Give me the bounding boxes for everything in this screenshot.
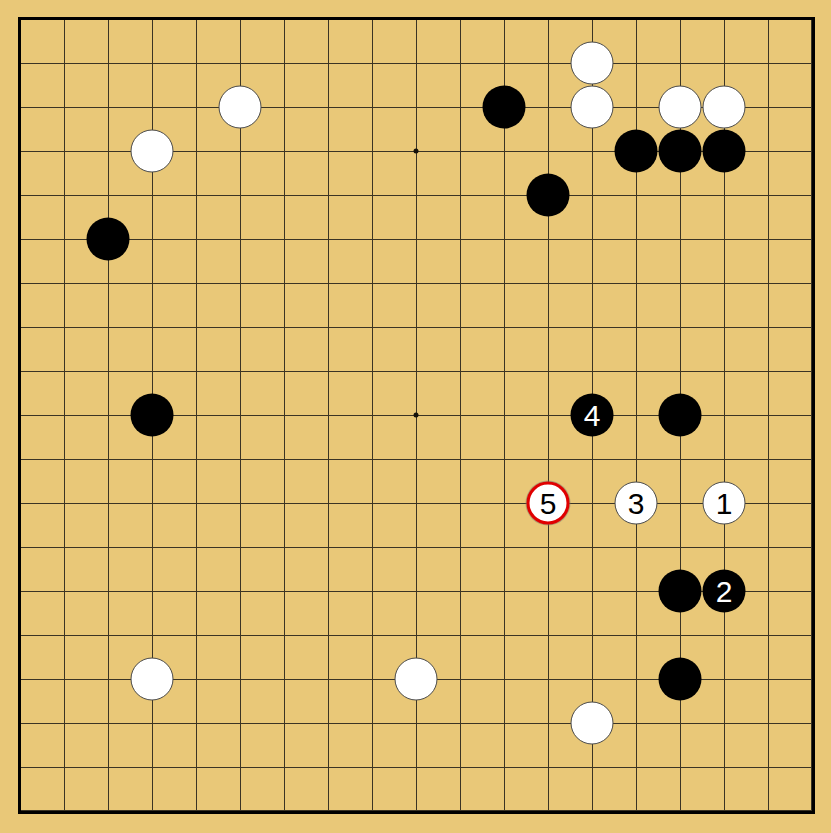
stone-white[interactable] <box>659 86 702 129</box>
stone-white-move-5[interactable]: 5 <box>527 482 570 525</box>
board-cell <box>724 767 768 811</box>
board-cell <box>724 679 768 723</box>
board-cell <box>416 19 460 63</box>
board-cell <box>196 327 240 371</box>
board-cell <box>196 459 240 503</box>
board-cell <box>724 283 768 327</box>
stone-white[interactable] <box>395 658 438 701</box>
board-cell <box>240 415 284 459</box>
board-cell <box>768 19 812 63</box>
board-cell <box>724 635 768 679</box>
board-cell <box>196 723 240 767</box>
board-cell <box>152 239 196 283</box>
board-cell <box>548 327 592 371</box>
board-cell <box>416 107 460 151</box>
board-cell <box>20 635 64 679</box>
board-cell <box>592 283 636 327</box>
board-cell <box>768 151 812 195</box>
board-cell <box>240 459 284 503</box>
board-cell <box>372 503 416 547</box>
board-cell <box>636 283 680 327</box>
board-cell <box>64 767 108 811</box>
board-cell <box>284 239 328 283</box>
board-cell <box>108 459 152 503</box>
board-cell <box>548 547 592 591</box>
stone-white[interactable] <box>703 86 746 129</box>
board-cell <box>64 327 108 371</box>
board-cell <box>592 547 636 591</box>
board-cell <box>504 679 548 723</box>
board-cell <box>20 415 64 459</box>
board-cell <box>328 679 372 723</box>
board-cell <box>328 239 372 283</box>
board-cell <box>108 503 152 547</box>
board-cell <box>108 283 152 327</box>
board-cell <box>504 415 548 459</box>
board-cell <box>284 19 328 63</box>
board-cell <box>108 723 152 767</box>
board-cell <box>196 591 240 635</box>
board-cell <box>460 327 504 371</box>
board-cell <box>592 767 636 811</box>
board-cell <box>768 591 812 635</box>
board-cell <box>636 327 680 371</box>
board-cell <box>768 371 812 415</box>
stone-black[interactable] <box>659 394 702 437</box>
board-cell <box>680 195 724 239</box>
board-cell <box>636 195 680 239</box>
board-cell <box>504 591 548 635</box>
stone-black-move-2[interactable]: 2 <box>703 570 746 613</box>
board-cell <box>328 283 372 327</box>
board-cell <box>284 371 328 415</box>
board-cell <box>240 19 284 63</box>
board-cell <box>328 151 372 195</box>
board-cell <box>152 327 196 371</box>
board-cell <box>64 19 108 63</box>
board-cell <box>328 767 372 811</box>
board-cell <box>284 327 328 371</box>
board-cell <box>284 63 328 107</box>
board-cell <box>460 635 504 679</box>
board-cell <box>20 151 64 195</box>
board-cell <box>20 459 64 503</box>
board-cell <box>284 151 328 195</box>
board-cell <box>460 503 504 547</box>
board-cell <box>592 195 636 239</box>
board-cell <box>504 723 548 767</box>
board-cell <box>636 723 680 767</box>
board-cell <box>20 19 64 63</box>
board-cell <box>328 63 372 107</box>
board-cell <box>504 239 548 283</box>
board-cell <box>64 371 108 415</box>
board-cell <box>768 239 812 283</box>
board-cell <box>20 591 64 635</box>
board-cell <box>152 19 196 63</box>
board-cell <box>20 283 64 327</box>
board-cell <box>460 151 504 195</box>
board-cell <box>724 723 768 767</box>
board-cell <box>460 679 504 723</box>
board-cell <box>636 767 680 811</box>
board-cell <box>460 547 504 591</box>
stone-black[interactable] <box>615 130 658 173</box>
board-cell <box>152 723 196 767</box>
board-cell <box>20 239 64 283</box>
board-cell <box>724 239 768 283</box>
board-cell <box>460 459 504 503</box>
board-cell <box>768 767 812 811</box>
stone-white[interactable] <box>571 702 614 745</box>
board-cell <box>460 591 504 635</box>
stone-white[interactable] <box>131 658 174 701</box>
board-cell <box>284 679 328 723</box>
board-cell <box>284 459 328 503</box>
stone-black[interactable] <box>659 130 702 173</box>
board-cell <box>20 679 64 723</box>
board-cell <box>196 19 240 63</box>
board-cell <box>504 19 548 63</box>
board-cell <box>372 415 416 459</box>
board-cell <box>548 283 592 327</box>
stone-black-move-4[interactable]: 4 <box>571 394 614 437</box>
board-cell <box>372 327 416 371</box>
board-cell <box>328 371 372 415</box>
board-cell <box>768 415 812 459</box>
board-cell <box>372 591 416 635</box>
board-cell <box>240 195 284 239</box>
board-cell <box>460 767 504 811</box>
board-cell <box>20 195 64 239</box>
board-cell <box>504 547 548 591</box>
board-cell <box>284 767 328 811</box>
board-cell <box>768 195 812 239</box>
board-cell <box>416 371 460 415</box>
stone-white-move-1[interactable]: 1 <box>703 482 746 525</box>
board-cell <box>108 19 152 63</box>
board-cell <box>416 327 460 371</box>
board-cell <box>592 591 636 635</box>
board-cell <box>152 503 196 547</box>
board-cell <box>548 767 592 811</box>
board-cell <box>152 591 196 635</box>
stone-black[interactable] <box>703 130 746 173</box>
stone-black[interactable] <box>659 658 702 701</box>
board-cell <box>460 371 504 415</box>
board-cell <box>592 327 636 371</box>
board-cell <box>416 415 460 459</box>
board-cell <box>460 415 504 459</box>
board-cell <box>372 767 416 811</box>
board-cell <box>328 723 372 767</box>
board-cell <box>504 767 548 811</box>
board-cell <box>592 635 636 679</box>
board-cell <box>724 371 768 415</box>
board-cell <box>240 239 284 283</box>
board-cell <box>416 239 460 283</box>
board-cell <box>240 151 284 195</box>
board-cell <box>372 459 416 503</box>
board-cell <box>284 195 328 239</box>
board-cell <box>328 459 372 503</box>
board-cell <box>284 635 328 679</box>
board-cell <box>724 19 768 63</box>
board-cell <box>196 547 240 591</box>
board-cell <box>64 459 108 503</box>
board-cell <box>152 195 196 239</box>
board-cell <box>328 415 372 459</box>
board-cell <box>328 107 372 151</box>
board-cell <box>108 327 152 371</box>
board-cell <box>328 635 372 679</box>
board-cell <box>64 283 108 327</box>
stone-white[interactable] <box>571 86 614 129</box>
board-cell <box>768 459 812 503</box>
board-cell <box>64 503 108 547</box>
board-cell <box>196 415 240 459</box>
stone-black[interactable] <box>131 394 174 437</box>
board-cell <box>592 239 636 283</box>
board-cell <box>680 239 724 283</box>
board-cell <box>284 723 328 767</box>
board-cell <box>460 19 504 63</box>
board-cell <box>328 195 372 239</box>
board-cell <box>328 503 372 547</box>
board-cell <box>108 591 152 635</box>
board-cell <box>196 679 240 723</box>
board-cell <box>460 283 504 327</box>
board-cell <box>460 239 504 283</box>
board-cell <box>416 767 460 811</box>
board-cell <box>372 371 416 415</box>
board-cell <box>284 547 328 591</box>
stone-white[interactable] <box>131 130 174 173</box>
board-cell <box>548 591 592 635</box>
board-cell <box>504 283 548 327</box>
board-cell <box>416 459 460 503</box>
board-cell <box>20 371 64 415</box>
board-cell <box>240 591 284 635</box>
board-cell <box>768 107 812 151</box>
board-cell <box>372 195 416 239</box>
stone-black[interactable] <box>483 86 526 129</box>
board-cell <box>416 151 460 195</box>
board-cell <box>196 239 240 283</box>
board-cell <box>504 327 548 371</box>
board-cell <box>328 327 372 371</box>
board-cell <box>196 195 240 239</box>
board-cell <box>680 19 724 63</box>
board-cell <box>416 591 460 635</box>
board-cell <box>240 371 284 415</box>
board-cell <box>768 327 812 371</box>
board-cell <box>416 283 460 327</box>
board-cell <box>64 107 108 151</box>
board-cell <box>460 723 504 767</box>
board-cell <box>240 723 284 767</box>
board-cell <box>372 107 416 151</box>
board-cell <box>416 503 460 547</box>
star-point <box>414 413 419 418</box>
board-cell <box>284 107 328 151</box>
board-cell <box>196 371 240 415</box>
board-cell <box>416 547 460 591</box>
board-cell <box>372 283 416 327</box>
board-cell <box>768 503 812 547</box>
board-cell <box>372 63 416 107</box>
board-cell <box>768 635 812 679</box>
board-cell <box>196 635 240 679</box>
stone-black[interactable] <box>527 174 570 217</box>
board-cell <box>328 19 372 63</box>
board-cell <box>108 547 152 591</box>
board-cell <box>64 591 108 635</box>
board-cell <box>372 151 416 195</box>
board-cell <box>768 283 812 327</box>
board-cell <box>240 283 284 327</box>
board-cell <box>108 63 152 107</box>
board-cell <box>680 283 724 327</box>
board-cell <box>20 723 64 767</box>
board-cell <box>240 503 284 547</box>
board-cell <box>196 283 240 327</box>
board-cell <box>416 723 460 767</box>
star-point <box>414 149 419 154</box>
board-cell <box>636 239 680 283</box>
board-cell <box>372 547 416 591</box>
board-cell <box>240 635 284 679</box>
board-cell <box>64 635 108 679</box>
board-cell <box>768 63 812 107</box>
board-cell <box>240 767 284 811</box>
board-cell <box>152 283 196 327</box>
board-cell <box>64 151 108 195</box>
board-cell <box>724 327 768 371</box>
board-cell <box>20 63 64 107</box>
board-cell <box>724 195 768 239</box>
board-cell <box>328 591 372 635</box>
board-cell <box>20 503 64 547</box>
stone-black[interactable] <box>659 570 702 613</box>
board-cell <box>20 767 64 811</box>
stone-white-move-3[interactable]: 3 <box>615 482 658 525</box>
board-cell <box>284 503 328 547</box>
board-cell <box>108 767 152 811</box>
board-cell <box>768 723 812 767</box>
go-diagram-screen: 45312 <box>0 0 831 833</box>
stone-white[interactable] <box>571 42 614 85</box>
board-cell <box>196 503 240 547</box>
board-cell <box>680 327 724 371</box>
board-cell <box>680 767 724 811</box>
board-cell <box>152 459 196 503</box>
board-cell <box>64 723 108 767</box>
board-cell <box>724 415 768 459</box>
board-cell <box>504 371 548 415</box>
board-cell <box>64 547 108 591</box>
board-cell <box>152 547 196 591</box>
board-cell <box>548 635 592 679</box>
board-cell <box>20 327 64 371</box>
board-cell <box>196 767 240 811</box>
board-cell <box>372 239 416 283</box>
board-cell <box>284 591 328 635</box>
board-cell <box>768 679 812 723</box>
stone-black[interactable] <box>87 218 130 261</box>
board-cell <box>20 547 64 591</box>
board-cell <box>416 63 460 107</box>
board-cell <box>64 415 108 459</box>
board-cell <box>636 19 680 63</box>
board-cell <box>152 767 196 811</box>
board-cell <box>20 107 64 151</box>
board-cell <box>372 19 416 63</box>
board-cell <box>768 547 812 591</box>
board-cell <box>196 151 240 195</box>
board-cell <box>284 415 328 459</box>
board-cell <box>548 239 592 283</box>
board-cell <box>504 635 548 679</box>
board-cell <box>328 547 372 591</box>
board-cell <box>680 723 724 767</box>
board-cell <box>152 63 196 107</box>
board-cell <box>372 723 416 767</box>
stone-white[interactable] <box>219 86 262 129</box>
board-cell <box>64 63 108 107</box>
board-cell <box>240 547 284 591</box>
board-cell <box>240 327 284 371</box>
board-cell <box>240 679 284 723</box>
board-cell <box>284 283 328 327</box>
board-cell <box>416 195 460 239</box>
board-cell <box>64 679 108 723</box>
board-cell <box>460 195 504 239</box>
